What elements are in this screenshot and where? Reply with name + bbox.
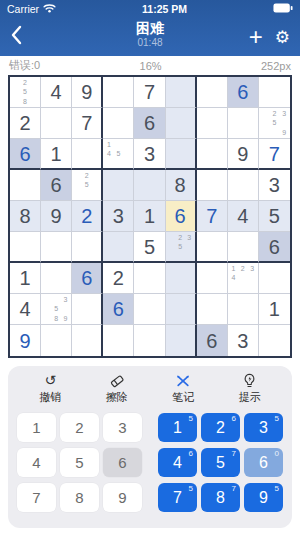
clock-label: 11:25 PM [142,3,187,15]
cell-r3c9[interactable]: 7 [259,139,290,170]
cell-r2c7[interactable] [197,108,228,139]
cell-r6c5[interactable]: 5 [134,232,165,263]
cell-r9c5[interactable] [134,325,165,356]
info-row: 错误:0 16% 252px [0,56,300,75]
cell-r3c6[interactable] [166,139,197,170]
pencil-notes: 25 [73,171,100,199]
pencil-notes: 3589 [42,295,70,323]
cell-value: 1 [144,206,155,226]
wifi-icon [43,3,56,15]
digit-button-4[interactable]: 4 [17,448,56,477]
numpad-counts: 152635465760758795 [158,413,283,512]
cell-r2c8[interactable] [228,108,259,139]
pencil-notes: 2359 [260,109,289,137]
cell-r1c2[interactable]: 4 [41,77,72,108]
pencil-notes: 258 [11,78,39,106]
cell-value: 5 [144,237,155,257]
settings-gear-icon[interactable]: ⚙ [275,28,290,46]
cell-r1c8[interactable]: 6 [228,77,259,108]
cell-value: 6 [175,206,186,226]
cell-r4c4[interactable] [103,170,134,201]
digit-button-1[interactable]: 1 [17,413,56,442]
cell-r9c3[interactable] [72,325,103,356]
eraser-icon [109,373,125,388]
cell-r4c9[interactable]: 3 [259,170,290,201]
cell-r8c1[interactable]: 4 [10,294,41,325]
size-label: 252px [261,60,291,72]
cell-r8c4[interactable]: 6 [103,294,134,325]
remaining-count: 7 [232,485,236,493]
cell-r9c7[interactable]: 6 [197,325,228,356]
undo-button[interactable]: ↺ 撤销 [17,373,84,405]
cell-value: 6 [206,331,217,351]
cell-value: 6 [81,268,92,288]
notes-pencil-icon [175,373,191,388]
remaining-count: 5 [189,415,193,423]
cell-r5c1[interactable]: 8 [10,201,41,232]
remaining-count: 6 [189,450,193,458]
cell-r6c4[interactable] [103,232,134,263]
cell-r8c7[interactable] [197,294,228,325]
cell-r4c8[interactable] [228,170,259,201]
remaining-count: 5 [189,485,193,493]
remaining-count: 0 [275,450,279,458]
note-digit-button-7[interactable]: 75 [158,483,197,512]
cell-value: 8 [175,175,186,195]
sudoku-board: 2584976276235961145397625838923167455235… [8,75,292,358]
note-digit-button-5[interactable]: 57 [201,448,240,477]
cell-r8c6[interactable] [166,294,197,325]
toolbar: ↺ 撤销 擦除 笔记 提示 [17,373,283,405]
new-game-button[interactable]: + [249,27,263,47]
cell-r3c1[interactable]: 6 [10,139,41,170]
cell-value: 7 [206,206,217,226]
cell-r4c6[interactable]: 8 [166,170,197,201]
cell-value: 4 [19,299,30,319]
cell-value: 2 [113,268,124,288]
cell-r7c4[interactable]: 2 [103,263,134,294]
cell-r7c9[interactable] [259,263,290,294]
digit-button-8[interactable]: 8 [60,483,99,512]
cell-r7c3[interactable]: 6 [72,263,103,294]
cell-r6c8[interactable] [228,232,259,263]
cell-r2c1[interactable]: 2 [10,108,41,139]
cell-r8c3[interactable] [72,294,103,325]
cell-value: 3 [269,175,280,195]
hint-bulb-icon [243,373,256,388]
digit-button-7[interactable]: 7 [17,483,56,512]
numpad-plain: 123456789 [17,413,142,512]
cell-value: 2 [81,206,92,226]
cell-r8c5[interactable] [134,294,165,325]
cell-r5c3[interactable]: 2 [72,201,103,232]
pencil-notes: 145 [104,140,132,167]
remaining-count: 5 [275,415,279,423]
cell-r3c8[interactable]: 9 [228,139,259,170]
cell-r5c8[interactable]: 4 [228,201,259,232]
digit-button-2[interactable]: 2 [60,413,99,442]
cell-r7c8[interactable]: 1234 [228,263,259,294]
cell-r1c7[interactable] [197,77,228,108]
cell-r2c6[interactable] [166,108,197,139]
cell-value: 7 [81,113,92,133]
cell-value: 3 [237,331,248,351]
cell-value: 2 [19,113,30,133]
cell-r6c7[interactable] [197,232,228,263]
cell-value: 6 [237,82,248,102]
cell-r9c6[interactable] [166,325,197,356]
cell-r1c5[interactable]: 7 [134,77,165,108]
cell-r9c9[interactable] [259,325,290,356]
remaining-count: 5 [275,485,279,493]
cell-r6c6[interactable]: 235 [166,232,197,263]
cell-r5c6[interactable]: 6 [166,201,197,232]
cell-r7c1[interactable]: 1 [10,263,41,294]
cell-value: 9 [19,331,30,351]
hint-button[interactable]: 提示 [217,373,284,405]
cell-r6c9[interactable]: 6 [259,232,290,263]
cell-r6c1[interactable] [10,232,41,263]
cell-r9c2[interactable] [41,325,72,356]
note-digit-button-8[interactable]: 87 [201,483,240,512]
cell-value: 6 [144,113,155,133]
cell-value: 5 [269,206,280,226]
cell-r2c5[interactable]: 6 [134,108,165,139]
cell-r2c3[interactable]: 7 [72,108,103,139]
cell-r7c6[interactable] [166,263,197,294]
cell-r3c4[interactable]: 145 [103,139,134,170]
cell-value: 1 [19,268,30,288]
battery-icon [273,3,293,15]
cell-r7c5[interactable] [134,263,165,294]
cell-value: 7 [144,82,155,102]
cell-r2c4[interactable] [103,108,134,139]
cell-r5c7[interactable]: 7 [197,201,228,232]
cell-r4c5[interactable] [134,170,165,201]
digit-button-9[interactable]: 9 [103,483,142,512]
cell-value: 4 [237,206,248,226]
nav-bar: 困难 01:48 + ⚙ [0,18,300,56]
cell-r8c8[interactable] [228,294,259,325]
cell-value: 6 [113,299,124,319]
digit-button-3[interactable]: 3 [103,413,142,442]
cell-value: 3 [113,206,124,226]
cell-r8c2[interactable]: 3589 [41,294,72,325]
control-panel: ↺ 撤销 擦除 笔记 提示 123456789 1526354657607587… [8,366,292,528]
cell-r4c3[interactable]: 25 [72,170,103,201]
pencil-notes: 235 [167,233,194,260]
note-digit-button-1[interactable]: 15 [158,413,197,442]
cell-r4c7[interactable] [197,170,228,201]
cell-r4c2[interactable]: 6 [41,170,72,201]
undo-icon: ↺ [44,373,56,388]
cell-r1c9[interactable] [259,77,290,108]
note-digit-button-4[interactable]: 46 [158,448,197,477]
cell-r2c2[interactable] [41,108,72,139]
top-chrome: Carrier 11:25 PM 困难 01:48 + ⚙ [0,0,300,56]
digit-button-6[interactable]: 6 [103,448,142,477]
note-digit-button-6[interactable]: 60 [244,448,283,477]
sudoku-grid: 2584976276235961145397625838923167455235… [10,77,290,356]
progress-label: 16% [140,60,162,72]
cell-value: 9 [81,82,92,102]
cell-r5c4[interactable]: 3 [103,201,134,232]
cell-r9c8[interactable]: 3 [228,325,259,356]
cell-r1c3[interactable]: 9 [72,77,103,108]
cell-r7c7[interactable] [197,263,228,294]
cell-r2c9[interactable]: 2359 [259,108,290,139]
cell-r1c6[interactable] [166,77,197,108]
notes-button[interactable]: 笔记 [150,373,217,405]
remaining-count: 6 [232,415,236,423]
cell-r3c3[interactable] [72,139,103,170]
cell-value: 6 [51,175,62,195]
note-digit-button-2[interactable]: 26 [201,413,240,442]
cell-value: 9 [237,144,248,164]
note-digit-button-3[interactable]: 35 [244,413,283,442]
cell-r3c5[interactable]: 3 [134,139,165,170]
cell-r3c2[interactable]: 1 [41,139,72,170]
cell-r4c1[interactable] [10,170,41,201]
cell-r1c4[interactable] [103,77,134,108]
cell-r8c9[interactable]: 1 [259,294,290,325]
cell-r3c7[interactable] [197,139,228,170]
cell-r5c2[interactable]: 9 [41,201,72,232]
cell-value: 4 [51,82,62,102]
back-button[interactable] [10,25,22,49]
status-bar: Carrier 11:25 PM [0,0,300,18]
cell-value: 8 [19,206,30,226]
cell-value: 1 [269,299,280,319]
cell-r9c4[interactable] [103,325,134,356]
cell-r5c5[interactable]: 1 [134,201,165,232]
cell-value: 1 [51,144,62,164]
cell-value: 7 [269,144,280,164]
note-digit-button-9[interactable]: 95 [244,483,283,512]
cell-r6c2[interactable] [41,232,72,263]
cell-r7c2[interactable] [41,263,72,294]
carrier-label: Carrier [7,3,39,15]
remaining-count: 7 [232,450,236,458]
cell-value: 9 [51,206,62,226]
pencil-notes: 1234 [229,264,257,292]
cell-value: 6 [269,237,280,257]
digit-button-5[interactable]: 5 [60,448,99,477]
cell-r6c3[interactable] [72,232,103,263]
erase-button[interactable]: 擦除 [84,373,151,405]
cell-r9c1[interactable]: 9 [10,325,41,356]
errors-label: 错误:0 [9,58,40,73]
cell-value: 3 [144,144,155,164]
cell-r1c1[interactable]: 258 [10,77,41,108]
cell-r5c9[interactable]: 5 [259,201,290,232]
cell-value: 6 [19,144,30,164]
